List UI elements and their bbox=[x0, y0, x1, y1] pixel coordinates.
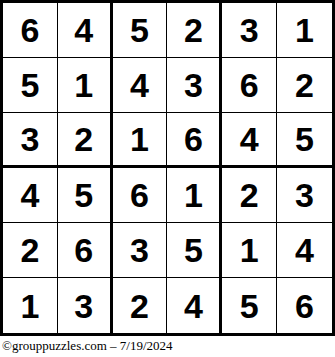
cell-r5c6: 4 bbox=[277, 223, 332, 278]
cell-r5c4: 5 bbox=[167, 223, 222, 278]
puzzle-page: 645231514362321645456123263514132456 ©gr… bbox=[0, 0, 335, 357]
cell-r1c4: 2 bbox=[167, 3, 222, 58]
cell-r1c3: 5 bbox=[113, 3, 168, 58]
cell-r1c6: 1 bbox=[277, 3, 332, 58]
cell-r2c2: 1 bbox=[58, 58, 113, 113]
cell-r6c4: 4 bbox=[167, 278, 222, 333]
cell-r1c5: 3 bbox=[222, 3, 277, 58]
cell-r3c3: 1 bbox=[113, 113, 168, 168]
cell-r3c6: 5 bbox=[277, 113, 332, 168]
cell-r1c2: 4 bbox=[58, 3, 113, 58]
cell-r6c5: 5 bbox=[222, 278, 277, 333]
cell-r3c2: 2 bbox=[58, 113, 113, 168]
cell-r3c1: 3 bbox=[3, 113, 58, 168]
cell-r6c6: 6 bbox=[277, 278, 332, 333]
cell-r6c3: 2 bbox=[113, 278, 168, 333]
cell-r4c4: 1 bbox=[167, 168, 222, 223]
cell-r5c3: 3 bbox=[113, 223, 168, 278]
sudoku-grid: 645231514362321645456123263514132456 bbox=[0, 0, 335, 336]
cell-r3c5: 4 bbox=[222, 113, 277, 168]
cell-r5c5: 1 bbox=[222, 223, 277, 278]
cell-r4c6: 3 bbox=[277, 168, 332, 223]
copyright-text: ©grouppuzzles.com – 7/19/2024 bbox=[2, 338, 173, 354]
cell-r1c1: 6 bbox=[3, 3, 58, 58]
cell-r4c1: 4 bbox=[3, 168, 58, 223]
cell-r2c4: 3 bbox=[167, 58, 222, 113]
cell-r3c4: 6 bbox=[167, 113, 222, 168]
cell-r4c3: 6 bbox=[113, 168, 168, 223]
cell-r2c5: 6 bbox=[222, 58, 277, 113]
cell-r4c5: 2 bbox=[222, 168, 277, 223]
cell-r5c2: 6 bbox=[58, 223, 113, 278]
cell-r4c2: 5 bbox=[58, 168, 113, 223]
cell-r6c2: 3 bbox=[58, 278, 113, 333]
cell-r2c6: 2 bbox=[277, 58, 332, 113]
cell-r2c1: 5 bbox=[3, 58, 58, 113]
cell-r5c1: 2 bbox=[3, 223, 58, 278]
cell-r6c1: 1 bbox=[3, 278, 58, 333]
cell-r2c3: 4 bbox=[113, 58, 168, 113]
